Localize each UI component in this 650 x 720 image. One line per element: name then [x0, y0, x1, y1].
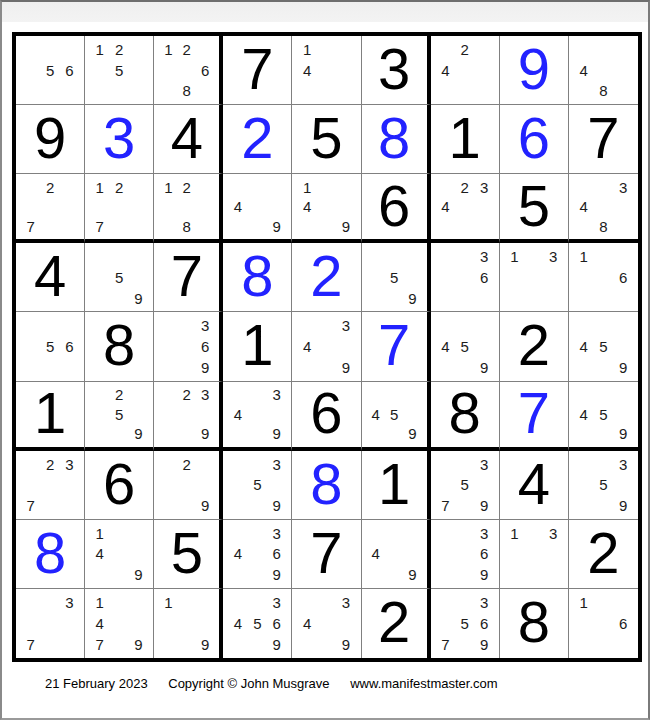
candidate-grid: 34569: [223, 589, 291, 658]
candidate-digit: 6: [474, 267, 493, 288]
cell-r1c3[interactable]: 1268: [154, 36, 223, 105]
solved-digit: 2: [310, 247, 342, 305]
candidate-digit: 9: [129, 424, 148, 444]
candidate-digit: 4: [367, 404, 385, 424]
candidate-grid: 16: [569, 243, 638, 311]
cell-r4c4[interactable]: 8: [223, 243, 292, 312]
given-digit: 5: [518, 177, 550, 235]
candidate-digit: 1: [297, 39, 316, 60]
candidate-digit: 1: [159, 592, 177, 613]
cell-r6c6[interactable]: 459: [362, 382, 431, 451]
app-window: 5612512687143249489342581672712712849149…: [0, 0, 650, 720]
candidate-digit: 9: [403, 288, 421, 309]
candidate-digit: 6: [196, 336, 214, 357]
given-digit: 9: [34, 109, 66, 167]
candidate-digit: 1: [90, 39, 109, 60]
candidate-grid: 149: [85, 520, 153, 588]
candidate-digit: 3: [267, 592, 286, 613]
cell-r2c1[interactable]: 9: [16, 105, 85, 174]
candidate-digit: 1: [90, 523, 109, 544]
candidate-grid: 16: [569, 589, 638, 658]
cell-r8c6[interactable]: 49: [362, 520, 431, 589]
candidate-digit: 9: [267, 424, 286, 444]
candidate-digit: 1: [90, 177, 109, 197]
cell-r8c8[interactable]: 13: [500, 520, 569, 589]
cell-r3c9[interactable]: 348: [569, 174, 638, 243]
given-digit: 6: [378, 177, 410, 235]
candidate-grid: 459: [569, 312, 638, 380]
cell-r4c7[interactable]: 36: [431, 243, 500, 312]
candidate-digit: 3: [336, 315, 355, 336]
candidate-digit: 7: [90, 634, 109, 655]
cell-r2c8[interactable]: 6: [500, 105, 569, 174]
candidate-grid: 1479: [85, 589, 153, 658]
candidate-digit: 9: [267, 495, 286, 516]
candidate-digit: 9: [403, 424, 421, 444]
cell-r9c5[interactable]: 349: [292, 589, 361, 658]
candidate-digit: 5: [248, 474, 267, 495]
candidate-digit: 5: [594, 404, 614, 424]
cell-r6c7[interactable]: 8: [431, 382, 500, 451]
candidate-grid: 237: [16, 451, 84, 519]
candidate-digit: 5: [594, 474, 614, 495]
cell-r7c6[interactable]: 1: [362, 451, 431, 520]
cell-r4c9[interactable]: 16: [569, 243, 638, 312]
cell-r5c9[interactable]: 459: [569, 312, 638, 381]
cell-r4c5[interactable]: 2: [292, 243, 361, 312]
candidate-digit: 6: [474, 613, 493, 634]
candidate-digit: 8: [178, 80, 196, 101]
cell-r6c9[interactable]: 459: [569, 382, 638, 451]
candidate-digit: 4: [297, 613, 316, 634]
candidate-digit: 3: [544, 523, 563, 544]
cell-r7c7[interactable]: 3579: [431, 451, 500, 520]
cell-r3c8[interactable]: 5: [500, 174, 569, 243]
candidate-digit: 3: [60, 592, 79, 613]
cell-r1c9[interactable]: 48: [569, 36, 638, 105]
candidate-digit: 2: [178, 39, 196, 60]
candidate-digit: 1: [574, 246, 594, 267]
candidate-grid: 359: [223, 451, 291, 519]
candidate-grid: 1268: [154, 36, 219, 104]
cell-r4c1[interactable]: 4: [16, 243, 85, 312]
cell-r6c3[interactable]: 239: [154, 382, 223, 451]
candidate-digit: 7: [436, 495, 455, 516]
candidate-digit: 6: [613, 613, 633, 634]
given-digit: 1: [449, 109, 481, 167]
cell-r9c3[interactable]: 19: [154, 589, 223, 658]
cell-r3c3[interactable]: 128: [154, 174, 223, 243]
candidate-digit: 7: [21, 495, 40, 516]
candidate-digit: 3: [267, 523, 286, 544]
candidate-digit: 5: [109, 60, 128, 81]
cell-r9c7[interactable]: 35679: [431, 589, 500, 658]
cell-r9c2[interactable]: 1479: [85, 589, 154, 658]
candidate-grid: 459: [362, 382, 427, 447]
candidate-digit: 9: [196, 424, 214, 444]
candidate-digit: 2: [178, 385, 196, 405]
candidate-digit: 4: [574, 60, 594, 81]
cell-r5c8[interactable]: 2: [500, 312, 569, 381]
candidate-grid: 239: [154, 382, 219, 447]
candidate-digit: 4: [228, 404, 247, 424]
candidate-digit: 6: [60, 60, 79, 81]
candidate-digit: 1: [574, 592, 594, 613]
candidate-digit: 3: [336, 592, 355, 613]
given-digit: 8: [449, 384, 481, 442]
cell-r8c7[interactable]: 369: [431, 520, 500, 589]
candidate-grid: 36: [431, 243, 499, 311]
candidate-digit: 9: [196, 495, 214, 516]
candidate-digit: 3: [474, 177, 493, 197]
given-digit: 7: [241, 40, 273, 98]
given-digit: 4: [518, 455, 550, 513]
candidate-digit: 9: [613, 357, 633, 378]
candidate-grid: 49: [362, 520, 427, 588]
candidate-grid: 369: [154, 312, 219, 380]
candidate-digit: 7: [21, 217, 40, 237]
footer-date: 21 February 2023: [45, 676, 148, 691]
cell-r4c6[interactable]: 59: [362, 243, 431, 312]
cell-r1c5[interactable]: 14: [292, 36, 361, 105]
candidate-digit: 4: [297, 197, 316, 217]
cell-r6c8[interactable]: 7: [500, 382, 569, 451]
candidate-digit: 1: [505, 246, 524, 267]
candidate-grid: 3469: [223, 520, 291, 588]
cell-r7c1[interactable]: 237: [16, 451, 85, 520]
candidate-digit: 6: [613, 267, 633, 288]
cell-r7c8[interactable]: 4: [500, 451, 569, 520]
solved-digit: 7: [518, 384, 550, 442]
candidate-digit: 6: [267, 543, 286, 564]
cell-r2c6[interactable]: 8: [362, 105, 431, 174]
candidate-digit: 3: [474, 523, 493, 544]
candidate-digit: 3: [267, 454, 286, 475]
candidate-grid: 27: [16, 174, 84, 239]
solved-digit: 7: [378, 316, 410, 374]
candidate-digit: 1: [90, 592, 109, 613]
candidate-digit: 6: [60, 336, 79, 357]
cell-r7c5[interactable]: 8: [292, 451, 361, 520]
candidate-digit: 1: [159, 177, 177, 197]
footer-website-link[interactable]: www.manifestmaster.com: [350, 676, 497, 691]
candidate-digit: 4: [228, 543, 247, 564]
candidate-digit: 2: [455, 177, 474, 197]
candidate-digit: 9: [474, 564, 493, 585]
cell-r2c3[interactable]: 4: [154, 105, 223, 174]
given-digit: 3: [378, 40, 410, 98]
given-digit: 8: [518, 593, 550, 651]
candidate-digit: 5: [40, 60, 59, 81]
cell-r7c2[interactable]: 6: [85, 451, 154, 520]
cell-r9c4[interactable]: 34569: [223, 589, 292, 658]
candidate-digit: 7: [21, 634, 40, 655]
given-digit: 4: [34, 247, 66, 305]
candidate-digit: 9: [267, 634, 286, 655]
solved-digit: 2: [241, 109, 273, 167]
candidate-digit: 7: [90, 217, 109, 237]
candidate-digit: 3: [267, 385, 286, 405]
candidate-digit: 5: [455, 474, 474, 495]
candidate-grid: 19: [154, 589, 219, 658]
cell-r3c2[interactable]: 127: [85, 174, 154, 243]
given-digit: 1: [378, 455, 410, 513]
solved-digit: 8: [310, 455, 342, 513]
candidate-digit: 3: [474, 246, 493, 267]
candidate-digit: 5: [385, 267, 403, 288]
candidate-digit: 2: [109, 39, 128, 60]
candidate-digit: 3: [613, 454, 633, 475]
cell-r1c4[interactable]: 7: [223, 36, 292, 105]
candidate-digit: 9: [336, 357, 355, 378]
given-digit: 8: [103, 316, 135, 374]
cell-r8c9[interactable]: 2: [569, 520, 638, 589]
cell-r5c3[interactable]: 369: [154, 312, 223, 381]
candidate-digit: 4: [228, 613, 247, 634]
candidate-grid: 369: [431, 520, 499, 588]
candidate-digit: 2: [40, 454, 59, 475]
candidate-digit: 9: [129, 288, 148, 309]
candidate-grid: 459: [431, 312, 499, 380]
candidate-digit: 9: [196, 357, 214, 378]
candidate-digit: 4: [90, 613, 109, 634]
candidate-digit: 4: [436, 336, 455, 357]
cell-r3c1[interactable]: 27: [16, 174, 85, 243]
candidate-digit: 3: [60, 454, 79, 475]
given-digit: 4: [171, 109, 203, 167]
cell-r5c5[interactable]: 349: [292, 312, 361, 381]
candidate-grid: 259: [85, 382, 153, 447]
cell-r9c8[interactable]: 8: [500, 589, 569, 658]
cell-r8c3[interactable]: 5: [154, 520, 223, 589]
cell-r6c2[interactable]: 259: [85, 382, 154, 451]
cell-r4c3[interactable]: 7: [154, 243, 223, 312]
cell-r7c9[interactable]: 359: [569, 451, 638, 520]
candidate-digit: 6: [474, 543, 493, 564]
candidate-grid: 3579: [431, 451, 499, 519]
candidate-grid: 56: [16, 36, 84, 104]
candidate-digit: 8: [594, 80, 614, 101]
candidate-digit: 1: [297, 177, 316, 197]
candidate-grid: 127: [85, 174, 153, 239]
cell-r3c5[interactable]: 149: [292, 174, 361, 243]
solved-digit: 3: [103, 109, 135, 167]
candidate-digit: 2: [109, 385, 128, 405]
solved-digit: 8: [378, 109, 410, 167]
cell-r6c5[interactable]: 6: [292, 382, 361, 451]
candidate-grid: 13: [500, 520, 568, 588]
candidate-digit: 4: [297, 336, 316, 357]
solved-digit: 8: [34, 524, 66, 582]
candidate-digit: 1: [159, 39, 177, 60]
cell-r2c7[interactable]: 1: [431, 105, 500, 174]
candidate-digit: 3: [613, 177, 633, 197]
candidate-digit: 2: [40, 177, 59, 197]
given-digit: 6: [103, 455, 135, 513]
cell-r5c4[interactable]: 1: [223, 312, 292, 381]
candidate-digit: 3: [474, 454, 493, 475]
candidate-digit: 9: [613, 424, 633, 444]
cell-r3c7[interactable]: 234: [431, 174, 500, 243]
candidate-digit: 4: [297, 60, 316, 81]
candidate-digit: 6: [267, 613, 286, 634]
solved-digit: 9: [518, 40, 550, 98]
candidate-digit: 9: [474, 357, 493, 378]
candidate-digit: 4: [228, 197, 247, 217]
cell-r6c1[interactable]: 1: [16, 382, 85, 451]
candidate-grid: 13: [500, 243, 568, 311]
cell-r5c6[interactable]: 7: [362, 312, 431, 381]
cell-r6c4[interactable]: 349: [223, 382, 292, 451]
candidate-digit: 9: [267, 217, 286, 237]
given-digit: 7: [171, 247, 203, 305]
cell-r2c5[interactable]: 5: [292, 105, 361, 174]
candidate-digit: 2: [455, 39, 474, 60]
candidate-grid: 128: [154, 174, 219, 239]
given-digit: 5: [171, 524, 203, 582]
cell-r1c7[interactable]: 24: [431, 36, 500, 105]
candidate-grid: 37: [16, 589, 84, 658]
candidate-digit: 5: [385, 404, 403, 424]
cell-r8c4[interactable]: 3469: [223, 520, 292, 589]
candidate-digit: 2: [178, 454, 196, 475]
candidate-digit: 9: [474, 495, 493, 516]
candidate-grid: 348: [569, 174, 638, 239]
cell-r7c4[interactable]: 359: [223, 451, 292, 520]
candidate-digit: 3: [196, 385, 214, 405]
given-digit: 6: [310, 384, 342, 442]
candidate-digit: 5: [109, 404, 128, 424]
candidate-digit: 2: [178, 177, 196, 197]
cell-r9c1[interactable]: 37: [16, 589, 85, 658]
cell-r7c3[interactable]: 29: [154, 451, 223, 520]
candidate-digit: 5: [40, 336, 59, 357]
cell-r1c1[interactable]: 56: [16, 36, 85, 105]
cell-r8c5[interactable]: 7: [292, 520, 361, 589]
candidate-digit: 5: [594, 336, 614, 357]
candidate-digit: 5: [455, 613, 474, 634]
candidate-grid: 349: [223, 382, 291, 447]
header-bar: [2, 2, 648, 22]
cell-r4c2[interactable]: 59: [85, 243, 154, 312]
candidate-grid: 349: [292, 589, 360, 658]
candidate-grid: 125: [85, 36, 153, 104]
cell-r3c6[interactable]: 6: [362, 174, 431, 243]
candidate-grid: 234: [431, 174, 499, 239]
candidate-digit: 4: [574, 197, 594, 217]
candidate-digit: 3: [544, 246, 563, 267]
candidate-digit: 3: [196, 315, 214, 336]
cell-r9c6[interactable]: 2: [362, 589, 431, 658]
given-digit: 1: [34, 384, 66, 442]
candidate-grid: 29: [154, 451, 219, 519]
candidate-digit: 9: [129, 634, 148, 655]
candidate-digit: 2: [109, 177, 128, 197]
cell-r9c9[interactable]: 16: [569, 589, 638, 658]
cell-r8c1[interactable]: 8: [16, 520, 85, 589]
cell-r8c2[interactable]: 149: [85, 520, 154, 589]
given-digit: 2: [587, 524, 619, 582]
candidate-grid: 24: [431, 36, 499, 104]
footer: 21 February 2023 Copyright © John Musgra…: [45, 676, 515, 691]
cell-r5c1[interactable]: 56: [16, 312, 85, 381]
given-digit: 7: [587, 109, 619, 167]
cell-r1c2[interactable]: 125: [85, 36, 154, 105]
candidate-digit: 4: [436, 60, 455, 81]
candidate-digit: 8: [594, 217, 614, 237]
given-digit: 2: [378, 593, 410, 651]
cell-r4c8[interactable]: 13: [500, 243, 569, 312]
candidate-digit: 7: [436, 634, 455, 655]
candidate-digit: 9: [403, 564, 421, 585]
candidate-digit: 9: [336, 634, 355, 655]
candidate-grid: 459: [569, 382, 638, 447]
candidate-digit: 5: [455, 336, 474, 357]
candidate-grid: 349: [292, 312, 360, 380]
candidate-digit: 9: [613, 495, 633, 516]
solved-digit: 8: [241, 247, 273, 305]
sudoku-board: 5612512687143249489342581672712712849149…: [12, 32, 642, 662]
candidate-digit: 5: [248, 613, 267, 634]
candidate-digit: 3: [474, 592, 493, 613]
cell-r5c2[interactable]: 8: [85, 312, 154, 381]
cell-r2c2[interactable]: 3: [85, 105, 154, 174]
cell-r2c4[interactable]: 2: [223, 105, 292, 174]
candidate-digit: 9: [267, 564, 286, 585]
candidate-digit: 9: [196, 634, 214, 655]
candidate-grid: 359: [569, 451, 638, 519]
candidate-digit: 9: [129, 564, 148, 585]
candidate-digit: 4: [574, 336, 594, 357]
solved-digit: 6: [518, 109, 550, 167]
cell-r3c4[interactable]: 49: [223, 174, 292, 243]
candidate-grid: 149: [292, 174, 360, 239]
candidate-digit: 8: [178, 217, 196, 237]
candidate-grid: 49: [223, 174, 291, 239]
candidate-digit: 5: [109, 267, 128, 288]
given-digit: 7: [310, 524, 342, 582]
candidate-grid: 59: [362, 243, 427, 311]
cell-r2c9[interactable]: 7: [569, 105, 638, 174]
candidate-grid: 14: [292, 36, 360, 104]
given-digit: 1: [241, 316, 273, 374]
candidate-digit: 4: [90, 543, 109, 564]
candidate-grid: 35679: [431, 589, 499, 658]
candidate-grid: 56: [16, 312, 84, 380]
candidate-grid: 48: [569, 36, 638, 104]
candidate-digit: 9: [336, 217, 355, 237]
cell-r1c8[interactable]: 9: [500, 36, 569, 105]
candidate-digit: 6: [196, 60, 214, 81]
cell-r1c6[interactable]: 3: [362, 36, 431, 105]
candidate-digit: 4: [367, 543, 385, 564]
candidate-grid: 59: [85, 243, 153, 311]
footer-copyright: Copyright © John Musgrave: [168, 676, 329, 691]
given-digit: 2: [518, 316, 550, 374]
cell-r5c7[interactable]: 459: [431, 312, 500, 381]
candidate-digit: 4: [436, 197, 455, 217]
candidate-digit: 9: [474, 634, 493, 655]
candidate-digit: 1: [505, 523, 524, 544]
candidate-digit: 4: [574, 404, 594, 424]
given-digit: 5: [310, 109, 342, 167]
